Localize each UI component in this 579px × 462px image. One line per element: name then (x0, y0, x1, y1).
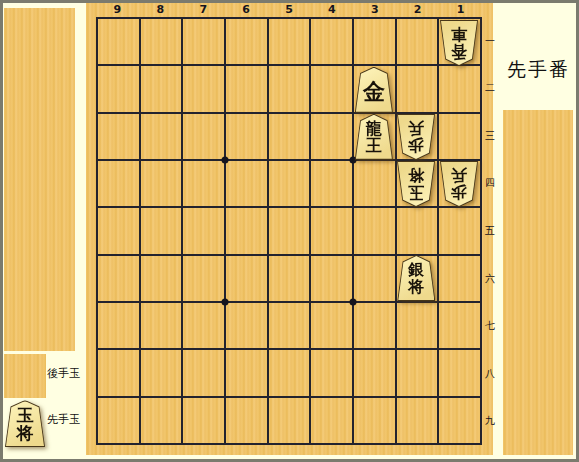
board-cell[interactable] (98, 350, 139, 395)
board-cell[interactable] (183, 66, 224, 111)
board-cell[interactable] (269, 208, 310, 253)
gote-king-tray-label: 後手玉 (47, 367, 80, 381)
sente-king-tray[interactable]: 玉将 (5, 400, 45, 447)
board-cell[interactable] (269, 114, 310, 159)
board-cell[interactable] (183, 208, 224, 253)
piece-face: 香車 (441, 21, 477, 65)
file-label: 3 (353, 3, 396, 17)
board-cell[interactable] (141, 66, 182, 111)
board-cell[interactable] (141, 161, 182, 206)
board-cell[interactable] (354, 350, 395, 395)
piece-body: 玉将 (397, 161, 435, 207)
piece-silver-sente[interactable]: 銀将 (397, 255, 435, 301)
board-cell[interactable] (397, 19, 438, 64)
board-cell[interactable] (311, 256, 352, 301)
board-cell[interactable] (98, 256, 139, 301)
board-cell[interactable] (98, 398, 139, 443)
shogi-app-window: 後手玉 玉将 先手玉 987654321 香車金龍王歩兵玉将歩兵銀将 一二三四五… (0, 0, 579, 462)
board-cell[interactable] (354, 303, 395, 348)
sente-king-tray-label: 先手玉 (47, 413, 80, 427)
kanji-char: 兵 (451, 166, 467, 183)
board-cell[interactable] (354, 208, 395, 253)
board-cell[interactable] (439, 66, 480, 111)
board-cell[interactable] (226, 208, 267, 253)
kanji-char: 歩 (451, 183, 467, 200)
board-cell[interactable] (354, 256, 395, 301)
piece-body: 香車 (440, 20, 478, 66)
piece-body: 銀将 (397, 255, 435, 301)
board-cell[interactable] (311, 208, 352, 253)
piece-body: 龍王 (355, 114, 393, 160)
board-cell[interactable] (354, 398, 395, 443)
board-cell[interactable] (98, 208, 139, 253)
piece-face: 龍王 (356, 115, 392, 159)
rank-label: 三 (484, 112, 496, 160)
file-label: 4 (310, 3, 353, 17)
board-cell[interactable] (226, 398, 267, 443)
file-label: 7 (182, 3, 225, 17)
board-cell[interactable] (98, 19, 139, 64)
rank-label: 四 (484, 160, 496, 208)
board-cell[interactable] (183, 114, 224, 159)
board-cell[interactable] (439, 398, 480, 443)
board-cell[interactable] (354, 161, 395, 206)
piece-body: 金 (355, 67, 393, 113)
board-cell[interactable] (439, 303, 480, 348)
piece-kanji: 歩兵 (451, 166, 467, 202)
piece-king-gote[interactable]: 玉将 (397, 161, 435, 207)
piece-face: 玉将 (398, 162, 434, 206)
rank-label: 五 (484, 207, 496, 255)
board-cell[interactable] (98, 66, 139, 111)
piece-kanji: 玉将 (17, 405, 34, 443)
board-cell[interactable] (354, 19, 395, 64)
board-grid: 香車金龍王歩兵玉将歩兵銀将 (96, 17, 482, 445)
board-cell[interactable] (311, 398, 352, 443)
board-cell[interactable] (269, 398, 310, 443)
rank-labels: 一二三四五六七八九 (484, 17, 496, 445)
board-cell[interactable] (183, 256, 224, 301)
file-label: 6 (225, 3, 268, 17)
rank-label: 七 (484, 302, 496, 350)
piece-face: 銀将 (398, 256, 434, 300)
piece-gold-sente[interactable]: 金 (355, 67, 393, 113)
board-cell[interactable] (311, 114, 352, 159)
kanji-char: 将 (408, 166, 424, 183)
board-cell[interactable] (397, 303, 438, 348)
kanji-char: 兵 (408, 119, 424, 136)
rank-label: 九 (484, 398, 496, 446)
board-cell[interactable] (226, 350, 267, 395)
board-cell[interactable] (141, 398, 182, 443)
board-cell[interactable] (311, 350, 352, 395)
piece-kanji: 金 (363, 76, 385, 103)
board-cell[interactable] (397, 66, 438, 111)
turn-indicator: 先手番 (507, 57, 570, 83)
board-cell[interactable] (226, 256, 267, 301)
board-cell[interactable] (226, 303, 267, 348)
board-cell[interactable] (269, 161, 310, 206)
board-cell[interactable] (439, 350, 480, 395)
board-cell[interactable] (311, 66, 352, 111)
file-label: 5 (268, 3, 311, 17)
board-cell[interactable] (141, 303, 182, 348)
board-cell[interactable] (311, 19, 352, 64)
piece-pawn-gote[interactable]: 歩兵 (440, 161, 478, 207)
file-label: 9 (96, 3, 139, 17)
board-cell[interactable] (98, 161, 139, 206)
file-label: 1 (439, 3, 482, 17)
board-cell[interactable] (183, 398, 224, 443)
board-cell[interactable] (226, 114, 267, 159)
piece-face: 歩兵 (398, 115, 434, 159)
board-cell[interactable] (269, 19, 310, 64)
gote-king-tray[interactable] (4, 354, 46, 398)
board-cell[interactable] (141, 19, 182, 64)
board-cell[interactable] (141, 350, 182, 395)
board-cell[interactable] (269, 303, 310, 348)
kanji-char: 歩 (408, 136, 424, 153)
kanji-char: 玉 (17, 407, 34, 425)
file-label: 8 (139, 3, 182, 17)
file-label: 2 (396, 3, 439, 17)
board-cell[interactable] (397, 350, 438, 395)
board-cell[interactable] (183, 19, 224, 64)
board-cell[interactable] (397, 208, 438, 253)
piece-kanji: 銀将 (408, 260, 424, 296)
kanji-char: 将 (408, 279, 424, 296)
piece-kanji: 玉将 (408, 166, 424, 202)
piece-promoted-rook-sente[interactable]: 龍王 (355, 114, 393, 160)
star-point (349, 298, 356, 305)
board-cell[interactable] (226, 19, 267, 64)
rank-label: 六 (484, 255, 496, 303)
piece-face: 歩兵 (441, 162, 477, 206)
board-cell[interactable] (311, 161, 352, 206)
rank-label: 二 (484, 65, 496, 113)
kanji-char: 金 (363, 80, 385, 103)
piece-body: 歩兵 (397, 114, 435, 160)
board-cell[interactable] (439, 114, 480, 159)
board-cell[interactable] (439, 208, 480, 253)
kanji-char: 王 (366, 138, 382, 155)
kanji-char: 車 (451, 25, 467, 42)
board-cell[interactable] (141, 208, 182, 253)
board-cell[interactable] (226, 161, 267, 206)
piece-king-sente[interactable]: 玉将 (5, 400, 45, 447)
piece-kanji: 龍王 (366, 119, 382, 155)
piece-body: 歩兵 (440, 161, 478, 207)
piece-face: 玉将 (6, 401, 44, 446)
rank-label: 八 (484, 350, 496, 398)
board-cell[interactable] (98, 114, 139, 159)
board-cell[interactable] (269, 66, 310, 111)
piece-lance-gote[interactable]: 香車 (440, 20, 478, 66)
board-cell[interactable] (269, 256, 310, 301)
kanji-char: 香 (451, 42, 467, 59)
piece-kanji: 歩兵 (408, 119, 424, 155)
gote-komadai-panel (4, 8, 75, 351)
sente-komadai-panel (503, 110, 573, 455)
board-cell[interactable] (141, 114, 182, 159)
board-cell[interactable] (183, 161, 224, 206)
board-cell[interactable] (269, 350, 310, 395)
board-cell[interactable] (439, 256, 480, 301)
board-cell[interactable] (311, 303, 352, 348)
kanji-char: 玉 (408, 183, 424, 200)
board-cell[interactable] (226, 66, 267, 111)
board-panel: 987654321 香車金龍王歩兵玉将歩兵銀将 一二三四五六七八九 (86, 3, 493, 455)
file-labels: 987654321 (96, 3, 482, 17)
board-cell[interactable] (397, 398, 438, 443)
piece-kanji: 香車 (451, 25, 467, 61)
board-cell[interactable] (183, 303, 224, 348)
board-cell[interactable] (141, 256, 182, 301)
piece-pawn-gote[interactable]: 歩兵 (397, 114, 435, 160)
piece-body: 玉将 (5, 400, 45, 447)
board-cell[interactable] (183, 350, 224, 395)
star-point (222, 157, 229, 164)
board-cell[interactable] (98, 303, 139, 348)
kanji-char: 将 (17, 425, 34, 443)
rank-label: 一 (484, 17, 496, 65)
star-point (222, 298, 229, 305)
piece-face: 金 (356, 68, 392, 112)
